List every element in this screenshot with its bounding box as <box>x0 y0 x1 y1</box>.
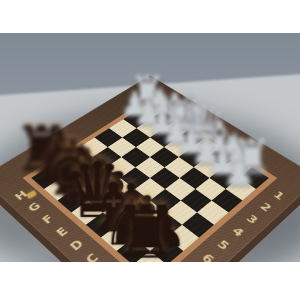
file-label-d: D <box>67 237 86 252</box>
piece-white-knight-b1: ♞ <box>217 128 254 169</box>
square-g7: ♟ <box>61 167 91 189</box>
board-squares: ♜♞♝♚♛♝♞♜♟♟♟♟♟♟♟♟♟♟♟♟♟♟♟♟♜♞♝♚♛♝♞♜ <box>31 102 269 262</box>
square-e8: ♚ <box>72 201 103 225</box>
photo-area: ♜♞♝♚♛♝♞♜♟♟♟♟♟♟♟♟♟♟♟♟♟♟♟♟♜♞♝♚♛♝♞♜ ABCDEFG… <box>0 33 300 262</box>
rank-label-4: 4 <box>231 224 248 237</box>
file-label-f: F <box>39 212 55 225</box>
file-label-g: G <box>25 200 42 213</box>
letterbox-bottom <box>0 262 300 300</box>
square-d5 <box>135 178 165 201</box>
square-b2: ♟ <box>209 167 239 189</box>
rank-label-1: 1 <box>272 189 288 201</box>
file-label-e: E <box>53 224 70 237</box>
rank-label-5: 5 <box>216 237 233 251</box>
rank-label-6: 6 <box>200 251 217 262</box>
rank-label-2: 2 <box>259 200 275 212</box>
product-photo: ♜♞♝♚♛♝♞♜♟♟♟♟♟♟♟♟♟♟♟♟♟♟♟♟♜♞♝♚♛♝♞♜ ABCDEFG… <box>0 0 300 300</box>
square-d6 <box>119 189 150 212</box>
square-h7: ♟ <box>48 157 77 178</box>
rank-label-3: 3 <box>245 212 261 225</box>
square-c5 <box>150 189 181 212</box>
letterbox-top <box>0 0 300 33</box>
file-label-c: C <box>82 250 100 262</box>
